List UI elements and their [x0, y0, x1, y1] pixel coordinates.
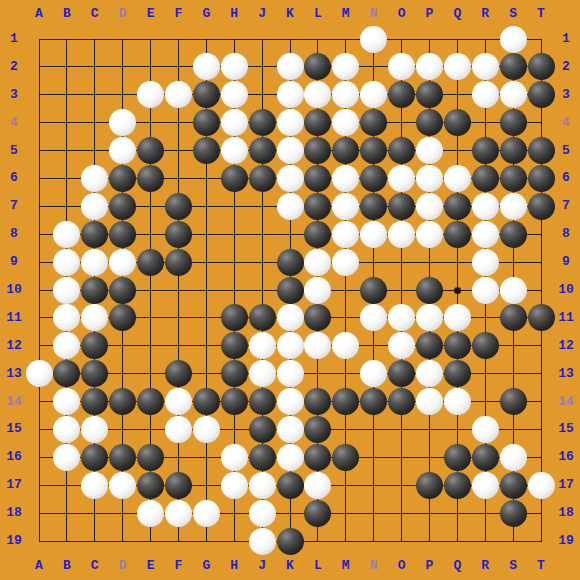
col-label-top-N: N: [360, 6, 388, 22]
stone-black-S17[interactable]: [500, 472, 527, 499]
stone-white-E3[interactable]: [137, 81, 164, 108]
col-label-bottom-R: R: [471, 558, 499, 574]
col-label-top-A: A: [25, 6, 53, 22]
stone-black-H14[interactable]: [221, 388, 248, 415]
col-label-bottom-M: M: [332, 558, 360, 574]
stone-black-F7[interactable]: [165, 193, 192, 220]
col-label-top-L: L: [304, 6, 332, 22]
row-label-left-15: 15: [0, 421, 28, 437]
stone-black-O5[interactable]: [388, 137, 415, 164]
col-label-bottom-P: P: [415, 558, 443, 574]
stone-white-D5[interactable]: [109, 137, 136, 164]
stone-black-O7[interactable]: [388, 193, 415, 220]
row-label-left-12: 12: [0, 338, 28, 354]
stone-black-Q12[interactable]: [444, 332, 471, 359]
row-label-right-17: 17: [552, 477, 580, 493]
row-label-left-3: 3: [0, 87, 28, 103]
stone-white-G18[interactable]: [193, 500, 220, 527]
col-label-bottom-C: C: [81, 558, 109, 574]
stone-black-Q13[interactable]: [444, 360, 471, 387]
stone-white-O2[interactable]: [388, 53, 415, 80]
stone-white-R2[interactable]: [472, 53, 499, 80]
stone-black-H6[interactable]: [221, 165, 248, 192]
stone-black-G3[interactable]: [193, 81, 220, 108]
stone-black-P12[interactable]: [416, 332, 443, 359]
stone-black-Q4[interactable]: [444, 109, 471, 136]
row-label-right-4: 4: [552, 115, 580, 131]
stone-black-J11[interactable]: [249, 304, 276, 331]
row-label-left-8: 8: [0, 226, 28, 242]
stone-black-D7[interactable]: [109, 193, 136, 220]
stone-white-C11[interactable]: [81, 304, 108, 331]
stone-black-H11[interactable]: [221, 304, 248, 331]
stone-black-E6[interactable]: [137, 165, 164, 192]
stone-white-K2[interactable]: [277, 53, 304, 80]
stone-black-P4[interactable]: [416, 109, 443, 136]
stone-black-K17[interactable]: [277, 472, 304, 499]
stone-white-B16[interactable]: [53, 444, 80, 471]
stone-white-F14[interactable]: [165, 388, 192, 415]
stone-white-F3[interactable]: [165, 81, 192, 108]
stone-white-K14[interactable]: [277, 388, 304, 415]
stone-black-M14[interactable]: [332, 388, 359, 415]
stone-white-C7[interactable]: [81, 193, 108, 220]
stone-black-T2[interactable]: [528, 53, 555, 80]
stone-white-B8[interactable]: [53, 221, 80, 248]
stone-black-H12[interactable]: [221, 332, 248, 359]
row-label-left-14: 14: [0, 394, 28, 410]
stone-black-D6[interactable]: [109, 165, 136, 192]
col-label-bottom-E: E: [137, 558, 165, 574]
stone-white-P11[interactable]: [416, 304, 443, 331]
row-label-left-18: 18: [0, 505, 28, 521]
row-label-right-10: 10: [552, 282, 580, 298]
col-label-top-F: F: [164, 6, 192, 22]
col-label-top-B: B: [53, 6, 81, 22]
row-label-left-5: 5: [0, 143, 28, 159]
stone-white-L3[interactable]: [304, 81, 331, 108]
row-label-left-13: 13: [0, 366, 28, 382]
grid-horizontal-line: [39, 513, 542, 514]
col-label-top-D: D: [109, 6, 137, 22]
stone-white-H17[interactable]: [221, 472, 248, 499]
stone-white-O6[interactable]: [388, 165, 415, 192]
stone-black-S8[interactable]: [500, 221, 527, 248]
stone-white-S1[interactable]: [500, 26, 527, 53]
row-label-left-16: 16: [0, 449, 28, 465]
stone-black-E9[interactable]: [137, 249, 164, 276]
stone-black-T3[interactable]: [528, 81, 555, 108]
stone-black-N4[interactable]: [360, 109, 387, 136]
stone-white-J17[interactable]: [249, 472, 276, 499]
stone-white-A13[interactable]: [26, 360, 53, 387]
row-label-left-11: 11: [0, 310, 28, 326]
stone-black-C12[interactable]: [81, 332, 108, 359]
stone-black-N14[interactable]: [360, 388, 387, 415]
col-label-top-M: M: [332, 6, 360, 22]
stone-black-C10[interactable]: [81, 277, 108, 304]
stone-white-S16[interactable]: [500, 444, 527, 471]
stone-black-P3[interactable]: [416, 81, 443, 108]
row-label-right-16: 16: [552, 449, 580, 465]
col-label-top-H: H: [220, 6, 248, 22]
stone-black-N7[interactable]: [360, 193, 387, 220]
stone-white-M6[interactable]: [332, 165, 359, 192]
stone-white-R3[interactable]: [472, 81, 499, 108]
stone-white-E18[interactable]: [137, 500, 164, 527]
col-label-bottom-F: F: [164, 558, 192, 574]
stone-black-T11[interactable]: [528, 304, 555, 331]
stone-black-S18[interactable]: [500, 500, 527, 527]
row-label-left-10: 10: [0, 282, 28, 298]
stone-black-C16[interactable]: [81, 444, 108, 471]
stone-white-K7[interactable]: [277, 193, 304, 220]
stone-black-F13[interactable]: [165, 360, 192, 387]
stone-white-B11[interactable]: [53, 304, 80, 331]
stone-white-H3[interactable]: [221, 81, 248, 108]
stone-white-R10[interactable]: [472, 277, 499, 304]
stone-black-F9[interactable]: [165, 249, 192, 276]
row-label-left-4: 4: [0, 115, 28, 131]
stone-white-M3[interactable]: [332, 81, 359, 108]
stone-white-G15[interactable]: [193, 416, 220, 443]
stone-white-F15[interactable]: [165, 416, 192, 443]
row-label-left-2: 2: [0, 59, 28, 75]
stone-white-S10[interactable]: [500, 277, 527, 304]
stone-white-N13[interactable]: [360, 360, 387, 387]
stone-black-B13[interactable]: [53, 360, 80, 387]
stone-black-L11[interactable]: [304, 304, 331, 331]
row-label-right-8: 8: [552, 226, 580, 242]
stone-white-K13[interactable]: [277, 360, 304, 387]
stone-white-K12[interactable]: [277, 332, 304, 359]
grid-vertical-line: [541, 39, 542, 542]
col-label-top-S: S: [499, 6, 527, 22]
stone-white-R8[interactable]: [472, 221, 499, 248]
stone-black-N6[interactable]: [360, 165, 387, 192]
stone-black-S5[interactable]: [500, 137, 527, 164]
stone-white-K15[interactable]: [277, 416, 304, 443]
stone-white-S3[interactable]: [500, 81, 527, 108]
stone-white-K6[interactable]: [277, 165, 304, 192]
stone-black-P10[interactable]: [416, 277, 443, 304]
stone-black-S4[interactable]: [500, 109, 527, 136]
stone-white-M4[interactable]: [332, 109, 359, 136]
col-label-bottom-S: S: [499, 558, 527, 574]
stone-white-P14[interactable]: [416, 388, 443, 415]
row-label-right-19: 19: [552, 533, 580, 549]
stone-white-J19[interactable]: [249, 528, 276, 555]
row-label-right-13: 13: [552, 366, 580, 382]
stone-white-S7[interactable]: [500, 193, 527, 220]
stone-black-F8[interactable]: [165, 221, 192, 248]
stone-black-R6[interactable]: [472, 165, 499, 192]
stone-white-K3[interactable]: [277, 81, 304, 108]
col-label-top-O: O: [388, 6, 416, 22]
stone-white-M9[interactable]: [332, 249, 359, 276]
stone-white-H16[interactable]: [221, 444, 248, 471]
stone-black-O14[interactable]: [388, 388, 415, 415]
stone-black-S14[interactable]: [500, 388, 527, 415]
stone-black-N5[interactable]: [360, 137, 387, 164]
row-label-right-11: 11: [552, 310, 580, 326]
row-label-right-6: 6: [552, 170, 580, 186]
col-label-top-K: K: [276, 6, 304, 22]
stone-black-S11[interactable]: [500, 304, 527, 331]
row-label-left-7: 7: [0, 198, 28, 214]
col-label-top-E: E: [137, 6, 165, 22]
stone-black-E14[interactable]: [137, 388, 164, 415]
row-label-left-6: 6: [0, 170, 28, 186]
stone-black-Q17[interactable]: [444, 472, 471, 499]
row-label-right-12: 12: [552, 338, 580, 354]
stone-black-Q16[interactable]: [444, 444, 471, 471]
stone-black-G5[interactable]: [193, 137, 220, 164]
star-point-Q10: [454, 287, 461, 294]
stone-black-N10[interactable]: [360, 277, 387, 304]
stone-white-R9[interactable]: [472, 249, 499, 276]
stone-white-O12[interactable]: [388, 332, 415, 359]
stone-white-O8[interactable]: [388, 221, 415, 248]
grid-vertical-line: [401, 39, 402, 542]
col-label-top-J: J: [248, 6, 276, 22]
stone-black-T5[interactable]: [528, 137, 555, 164]
stone-white-P8[interactable]: [416, 221, 443, 248]
stone-white-L12[interactable]: [304, 332, 331, 359]
stone-white-H4[interactable]: [221, 109, 248, 136]
stone-white-C6[interactable]: [81, 165, 108, 192]
stone-white-T17[interactable]: [528, 472, 555, 499]
stone-white-H2[interactable]: [221, 53, 248, 80]
stone-white-R17[interactable]: [472, 472, 499, 499]
stone-black-K19[interactable]: [277, 528, 304, 555]
col-label-bottom-Q: Q: [443, 558, 471, 574]
stone-black-Q7[interactable]: [444, 193, 471, 220]
stone-black-J15[interactable]: [249, 416, 276, 443]
stone-black-D14[interactable]: [109, 388, 136, 415]
row-label-right-2: 2: [552, 59, 580, 75]
stone-black-L4[interactable]: [304, 109, 331, 136]
go-board-frame: AA11BB22CC33DD44EE55FF66GG77HH88JJ99KK10…: [0, 0, 580, 580]
stone-white-K11[interactable]: [277, 304, 304, 331]
stone-white-K4[interactable]: [277, 109, 304, 136]
col-label-bottom-K: K: [276, 558, 304, 574]
stone-black-C13[interactable]: [81, 360, 108, 387]
stone-black-D10[interactable]: [109, 277, 136, 304]
col-label-top-G: G: [192, 6, 220, 22]
stone-black-K10[interactable]: [277, 277, 304, 304]
stone-white-D9[interactable]: [109, 249, 136, 276]
stone-white-B12[interactable]: [53, 332, 80, 359]
stone-white-D4[interactable]: [109, 109, 136, 136]
row-label-right-15: 15: [552, 421, 580, 437]
stone-white-C15[interactable]: [81, 416, 108, 443]
row-label-right-7: 7: [552, 198, 580, 214]
stone-white-H5[interactable]: [221, 137, 248, 164]
stone-black-L5[interactable]: [304, 137, 331, 164]
col-label-top-P: P: [415, 6, 443, 22]
stone-black-T7[interactable]: [528, 193, 555, 220]
stone-black-E17[interactable]: [137, 472, 164, 499]
col-label-top-R: R: [471, 6, 499, 22]
stone-black-F17[interactable]: [165, 472, 192, 499]
stone-white-Q2[interactable]: [444, 53, 471, 80]
col-label-top-Q: Q: [443, 6, 471, 22]
stone-white-M7[interactable]: [332, 193, 359, 220]
col-label-bottom-J: J: [248, 558, 276, 574]
stone-black-L7[interactable]: [304, 193, 331, 220]
stone-white-B10[interactable]: [53, 277, 80, 304]
stone-black-L15[interactable]: [304, 416, 331, 443]
stone-black-J16[interactable]: [249, 444, 276, 471]
stone-white-M2[interactable]: [332, 53, 359, 80]
stone-white-Q14[interactable]: [444, 388, 471, 415]
stone-black-S2[interactable]: [500, 53, 527, 80]
row-label-right-1: 1: [552, 31, 580, 47]
stone-white-G2[interactable]: [193, 53, 220, 80]
stone-white-P7[interactable]: [416, 193, 443, 220]
row-label-left-17: 17: [0, 477, 28, 493]
stone-white-R15[interactable]: [472, 416, 499, 443]
stone-black-C8[interactable]: [81, 221, 108, 248]
stone-white-J12[interactable]: [249, 332, 276, 359]
stone-white-L9[interactable]: [304, 249, 331, 276]
stone-black-J14[interactable]: [249, 388, 276, 415]
stone-white-C17[interactable]: [81, 472, 108, 499]
stone-white-N8[interactable]: [360, 221, 387, 248]
stone-black-J5[interactable]: [249, 137, 276, 164]
stone-white-N11[interactable]: [360, 304, 387, 331]
stone-white-B15[interactable]: [53, 416, 80, 443]
col-label-bottom-B: B: [53, 558, 81, 574]
stone-white-D17[interactable]: [109, 472, 136, 499]
stone-white-K5[interactable]: [277, 137, 304, 164]
stone-black-C14[interactable]: [81, 388, 108, 415]
stone-black-D8[interactable]: [109, 221, 136, 248]
stone-white-P13[interactable]: [416, 360, 443, 387]
stone-black-G4[interactable]: [193, 109, 220, 136]
stone-white-R7[interactable]: [472, 193, 499, 220]
col-label-bottom-D: D: [109, 558, 137, 574]
stone-white-N3[interactable]: [360, 81, 387, 108]
stone-white-P6[interactable]: [416, 165, 443, 192]
row-label-left-1: 1: [0, 31, 28, 47]
stone-white-O11[interactable]: [388, 304, 415, 331]
row-label-left-19: 19: [0, 533, 28, 549]
stone-black-R5[interactable]: [472, 137, 499, 164]
stone-white-P2[interactable]: [416, 53, 443, 80]
stone-white-B9[interactable]: [53, 249, 80, 276]
col-label-bottom-T: T: [527, 558, 555, 574]
stone-white-M12[interactable]: [332, 332, 359, 359]
stone-black-T6[interactable]: [528, 165, 555, 192]
stone-white-J13[interactable]: [249, 360, 276, 387]
stone-black-R16[interactable]: [472, 444, 499, 471]
stone-black-O3[interactable]: [388, 81, 415, 108]
stone-black-L6[interactable]: [304, 165, 331, 192]
stone-black-L2[interactable]: [304, 53, 331, 80]
stone-white-K16[interactable]: [277, 444, 304, 471]
stone-white-Q11[interactable]: [444, 304, 471, 331]
stone-black-M16[interactable]: [332, 444, 359, 471]
stone-black-K9[interactable]: [277, 249, 304, 276]
col-label-bottom-O: O: [388, 558, 416, 574]
stone-black-D11[interactable]: [109, 304, 136, 331]
stone-white-C9[interactable]: [81, 249, 108, 276]
stone-white-P5[interactable]: [416, 137, 443, 164]
stone-white-N1[interactable]: [360, 26, 387, 53]
stone-white-M8[interactable]: [332, 221, 359, 248]
stone-black-H13[interactable]: [221, 360, 248, 387]
stone-black-P17[interactable]: [416, 472, 443, 499]
stone-black-L18[interactable]: [304, 500, 331, 527]
stone-black-S6[interactable]: [500, 165, 527, 192]
col-label-top-C: C: [81, 6, 109, 22]
stone-black-L16[interactable]: [304, 444, 331, 471]
stone-white-B14[interactable]: [53, 388, 80, 415]
stone-white-L17[interactable]: [304, 472, 331, 499]
stone-white-F18[interactable]: [165, 500, 192, 527]
row-label-right-3: 3: [552, 87, 580, 103]
col-label-bottom-A: A: [25, 558, 53, 574]
row-label-right-18: 18: [552, 505, 580, 521]
stone-black-M5[interactable]: [332, 137, 359, 164]
stone-white-L10[interactable]: [304, 277, 331, 304]
stone-black-R12[interactable]: [472, 332, 499, 359]
row-label-right-14: 14: [552, 394, 580, 410]
stone-black-L8[interactable]: [304, 221, 331, 248]
row-label-right-9: 9: [552, 254, 580, 270]
col-label-bottom-N: N: [360, 558, 388, 574]
stone-black-L14[interactable]: [304, 388, 331, 415]
col-label-bottom-G: G: [192, 558, 220, 574]
stone-white-J18[interactable]: [249, 500, 276, 527]
stone-black-E16[interactable]: [137, 444, 164, 471]
stone-black-Q8[interactable]: [444, 221, 471, 248]
stone-white-Q6[interactable]: [444, 165, 471, 192]
stone-black-O13[interactable]: [388, 360, 415, 387]
col-label-bottom-H: H: [220, 558, 248, 574]
stone-black-E5[interactable]: [137, 137, 164, 164]
row-label-right-5: 5: [552, 143, 580, 159]
stone-black-D16[interactable]: [109, 444, 136, 471]
stone-black-J6[interactable]: [249, 165, 276, 192]
stone-black-J4[interactable]: [249, 109, 276, 136]
col-label-top-T: T: [527, 6, 555, 22]
stone-black-G14[interactable]: [193, 388, 220, 415]
col-label-bottom-L: L: [304, 558, 332, 574]
row-label-left-9: 9: [0, 254, 28, 270]
